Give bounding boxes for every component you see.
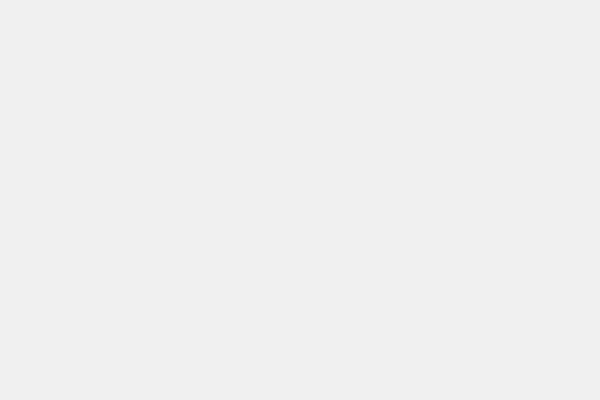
- xiangqi-board: [0, 0, 600, 400]
- board-grid-lines: [0, 0, 600, 400]
- xiangqi-app: [0, 0, 600, 400]
